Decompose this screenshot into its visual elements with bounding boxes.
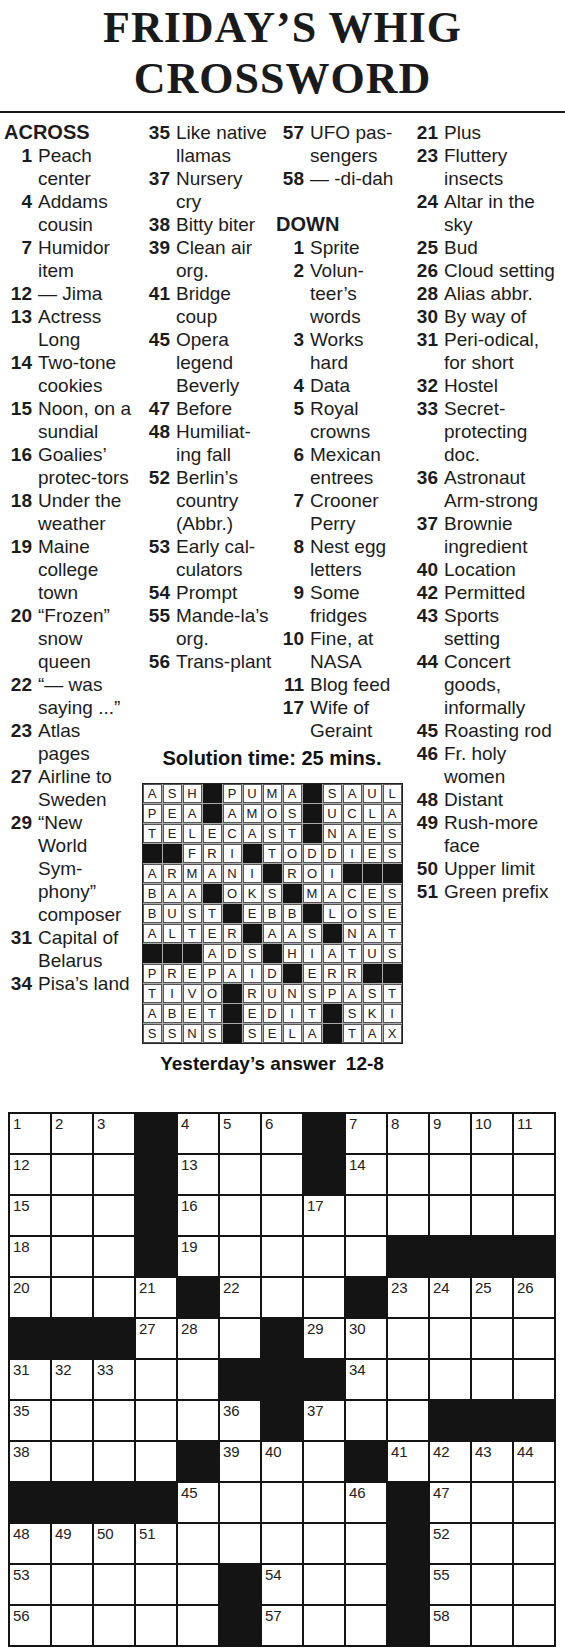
grid-cell[interactable] [94,1442,134,1481]
clue-23: 23Atlas pages [2,719,136,765]
clue-text: Maine college town [38,535,136,604]
answer-letter-cell: L [283,1024,302,1043]
clue-text: Under the weather [38,489,136,535]
clue-number: 2 [274,259,310,282]
grid-block-cell [346,1442,386,1481]
grid-cell[interactable] [220,1196,260,1235]
cell-number: 53 [13,1566,30,1583]
grid-cell[interactable] [220,1237,260,1276]
grid-cell[interactable] [388,1196,428,1235]
clue-number: 50 [408,857,444,880]
clue-number: 49 [408,811,444,834]
grid-cell[interactable]: 27 [136,1319,176,1358]
grid-cell[interactable] [178,1360,218,1399]
answer-block-cell [243,924,262,943]
clue-32: 32Hostel [408,374,555,397]
grid-cell[interactable]: 19 [178,1237,218,1276]
answer-letter-cell: S [263,884,282,903]
clue-1: 1Sprite [274,236,404,259]
grid-cell[interactable] [94,1237,134,1276]
puzzle-date: 12-8 [346,1053,384,1074]
answer-letter-cell: I [163,984,182,1003]
grid-cell[interactable]: 1 [10,1114,50,1153]
grid-cell[interactable] [304,1278,344,1317]
clue-number: 53 [140,535,176,558]
answer-letter-cell: I [303,944,322,963]
grid-cell[interactable] [304,1442,344,1481]
grid-cell[interactable] [220,1319,260,1358]
grid-cell[interactable]: 4 [178,1114,218,1153]
grid-cell[interactable]: 22 [220,1278,260,1317]
grid-cell[interactable] [304,1237,344,1276]
grid-cell[interactable]: 48 [10,1524,50,1563]
grid-cell[interactable]: 39 [220,1442,260,1481]
grid-cell[interactable]: 44 [514,1442,554,1481]
answer-block-cell [263,944,282,963]
grid-cell[interactable] [136,1606,176,1645]
answer-letter-cell: D [263,1004,282,1023]
grid-cell[interactable] [94,1565,134,1604]
answer-letter-cell: T [183,924,202,943]
grid-block-cell [178,1442,218,1481]
grid-cell[interactable] [514,1319,554,1358]
answer-letter-cell: R [163,964,182,983]
clue-text: Hostel [444,374,555,397]
grid-cell[interactable] [346,1196,386,1235]
answer-letter-cell: E [203,924,222,943]
clue-text: Fine, at NASA [310,627,404,673]
cell-number: 43 [475,1443,492,1460]
clue-21: 21Plus [408,121,555,144]
crossword-page: FRIDAY’S WHIGCROSSWORD ACROSS1Peach cent… [0,0,565,1651]
answer-letter-cell: B [163,1004,182,1023]
down-header: DOWN [274,213,404,236]
clue-text: Early cal-culators [176,535,272,581]
grid-cell[interactable] [472,1565,512,1604]
grid-cell[interactable]: 13 [178,1155,218,1194]
title-line-2: CROSSWORD [134,54,432,103]
grid-cell[interactable]: 31 [10,1360,50,1399]
cell-number: 27 [139,1320,156,1337]
grid-cell[interactable]: 33 [94,1360,134,1399]
clue-text: Atlas pages [38,719,136,765]
cell-number: 39 [223,1443,240,1460]
answer-letter-cell: T [143,824,162,843]
grid-cell[interactable] [220,1524,260,1563]
answer-letter-cell: S [303,924,322,943]
answer-letter-cell: D [303,844,322,863]
grid-cell[interactable] [262,1196,302,1235]
grid-cell[interactable] [304,1606,344,1645]
grid-cell[interactable] [52,1442,92,1481]
grid-cell[interactable]: 56 [10,1606,50,1645]
cell-number: 34 [349,1361,366,1378]
answer-block-cell [223,904,242,923]
grid-cell[interactable]: 58 [430,1606,470,1645]
grid-cell[interactable]: 32 [52,1360,92,1399]
grid-cell[interactable]: 9 [430,1114,470,1153]
grid-cell[interactable] [472,1319,512,1358]
clue-text: Volun-teer’s words [310,259,404,328]
clue-number: 22 [2,673,38,696]
clue-number: 35 [140,121,176,144]
grid-cell[interactable] [94,1401,134,1440]
cell-number: 13 [181,1156,198,1173]
answer-block-cell [183,944,202,963]
clue-number: 45 [140,328,176,351]
grid-cell[interactable]: 15 [10,1196,50,1235]
grid-cell[interactable] [430,1196,470,1235]
grid-cell[interactable] [262,1278,302,1317]
grid-cell[interactable] [514,1606,554,1645]
clue-text: Concert goods, informally [444,650,555,719]
grid-cell[interactable]: 53 [10,1565,50,1604]
clue-text: Secret-protecting doc. [444,397,555,466]
answer-block-cell [223,984,242,1003]
clue-text: Blog feed [310,673,404,696]
grid-cell[interactable]: 28 [178,1319,218,1358]
grid-cell[interactable] [346,1606,386,1645]
answer-letter-cell: P [143,964,162,983]
answer-letter-cell: A [343,984,362,1003]
answer-letter-cell: U [363,784,382,803]
answer-block-cell [323,924,342,943]
clue-text: Works hard [310,328,404,374]
grid-cell[interactable]: 24 [430,1278,470,1317]
grid-cell[interactable]: 45 [178,1483,218,1522]
grid-cell[interactable] [52,1237,92,1276]
grid-cell[interactable]: 43 [472,1442,512,1481]
grid-cell[interactable] [514,1196,554,1235]
grid-cell[interactable]: 14 [346,1155,386,1194]
clue-text: Altar in the sky [444,190,555,236]
grid-cell[interactable] [52,1401,92,1440]
grid-cell[interactable] [430,1360,470,1399]
clue-text: Fluttery insects [444,144,555,190]
answer-block-cell [223,1004,242,1023]
grid-cell[interactable]: 55 [430,1565,470,1604]
grid-cell[interactable] [262,1237,302,1276]
answer-letter-cell: T [383,924,402,943]
clue-text: Airline to Sweden [38,765,136,811]
grid-cell[interactable] [262,1155,302,1194]
grid-cell[interactable] [472,1524,512,1563]
grid-cell[interactable] [94,1606,134,1645]
answer-letter-cell: T [283,824,302,843]
grid-cell[interactable]: 7 [346,1114,386,1153]
clue-text: Sprite [310,236,404,259]
grid-cell[interactable]: 21 [136,1278,176,1317]
clue-text: Roasting rod [444,719,555,742]
clue-5: 5Royal crowns [274,397,404,443]
grid-block-cell [514,1237,554,1276]
grid-cell[interactable]: 30 [346,1319,386,1358]
grid-cell[interactable]: 11 [514,1114,554,1153]
grid-cell[interactable]: 36 [220,1401,260,1440]
grid-cell[interactable]: 2 [52,1114,92,1153]
grid-cell[interactable] [430,1155,470,1194]
clue-57: 57UFO pas-sengers [274,121,404,167]
grid-cell[interactable] [514,1483,554,1522]
cell-number: 16 [181,1197,198,1214]
grid-cell[interactable] [178,1524,218,1563]
answer-letter-cell: S [383,844,402,863]
grid-cell[interactable]: 6 [262,1114,302,1153]
clue-number: 7 [274,489,310,512]
clue-number: 54 [140,581,176,604]
grid-cell[interactable] [346,1237,386,1276]
grid-cell[interactable] [136,1401,176,1440]
grid-cell[interactable] [52,1196,92,1235]
answer-letter-cell: E [203,824,222,843]
answer-letter-cell: O [263,804,282,823]
clue-31: 31Capital of Belarus [2,926,136,972]
grid-cell[interactable] [52,1155,92,1194]
answer-letter-cell: L [323,904,342,923]
clue-text: Wife of Geraint [310,696,404,742]
grid-block-cell [388,1524,428,1563]
clue-number: 37 [408,512,444,535]
grid-cell[interactable]: 46 [346,1483,386,1522]
answer-letter-cell: P [223,784,242,803]
clue-number: 14 [2,351,38,374]
answer-letter-cell: O [303,864,322,883]
clue-text: Bitty biter [176,213,272,236]
grid-cell[interactable] [220,1155,260,1194]
grid-cell[interactable] [94,1196,134,1235]
grid-block-cell [388,1606,428,1645]
cell-number: 18 [13,1238,30,1255]
grid-cell[interactable]: 8 [388,1114,428,1153]
cell-number: 36 [223,1402,240,1419]
clue-number: 15 [2,397,38,420]
clue-text: Distant [444,788,555,811]
grid-cell[interactable] [346,1524,386,1563]
grid-cell[interactable] [472,1483,512,1522]
grid-cell[interactable] [52,1565,92,1604]
answer-letter-cell: T [203,1004,222,1023]
clue-text: Two-tone cookies [38,351,136,397]
clue-number: 23 [408,144,444,167]
grid-cell[interactable] [52,1278,92,1317]
grid-block-cell [388,1565,428,1604]
grid-cell[interactable] [178,1606,218,1645]
grid-cell[interactable]: 37 [304,1401,344,1440]
answer-letter-cell: I [383,1004,402,1023]
grid-cell[interactable] [304,1524,344,1563]
grid-cell[interactable] [388,1155,428,1194]
answer-letter-cell: A [343,824,362,843]
grid-cell[interactable] [136,1442,176,1481]
clue-text: Actress Long [38,305,136,351]
grid-cell[interactable] [262,1524,302,1563]
answer-block-cell [163,844,182,863]
grid-cell[interactable] [346,1565,386,1604]
grid-cell[interactable] [94,1278,134,1317]
grid-cell[interactable] [136,1360,176,1399]
grid-cell[interactable] [346,1401,386,1440]
grid-cell[interactable]: 23 [388,1278,428,1317]
clue-text: Cloud setting [444,259,555,282]
clue-text: Location [444,558,555,581]
cell-number: 9 [433,1115,441,1132]
clue-42: 42Permitted [408,581,555,604]
answer-letter-cell: F [183,844,202,863]
clue-text: “Frozen” snow queen [38,604,136,673]
grid-cell[interactable] [178,1401,218,1440]
grid-block-cell [262,1360,302,1399]
grid-cell[interactable]: 12 [10,1155,50,1194]
answer-block-cell [283,964,302,983]
grid-block-cell [10,1319,50,1358]
clue-43: 43Sports setting [408,604,555,650]
clue-number: 33 [408,397,444,420]
grid-cell[interactable] [514,1360,554,1399]
answer-letter-cell: A [203,944,222,963]
clue-number: 44 [408,650,444,673]
grid-cell[interactable] [472,1155,512,1194]
grid-cell[interactable] [220,1483,260,1522]
clue-35: 35Like native llamas [140,121,272,167]
grid-cell[interactable] [178,1565,218,1604]
grid-cell[interactable] [52,1606,92,1645]
answer-letter-cell: U [363,944,382,963]
grid-cell[interactable]: 57 [262,1606,302,1645]
clue-text: Trans-plant [176,650,272,673]
answer-letter-cell: M [183,864,202,883]
answer-letter-cell: D [223,944,242,963]
grid-block-cell [304,1155,344,1194]
clue-column-3: 57UFO pas-sengers58— -di-dahDOWN1Sprite2… [274,121,404,742]
grid-cell[interactable]: 17 [304,1196,344,1235]
clue-34: 34Pisa’s land [2,972,136,995]
answer-letter-cell: T [343,944,362,963]
grid-cell[interactable]: 51 [136,1524,176,1563]
answer-block-cell [243,844,262,863]
clue-8: 8Nest egg letters [274,535,404,581]
answer-letter-cell: M [303,884,322,903]
grid-cell[interactable]: 25 [472,1278,512,1317]
grid-cell[interactable] [514,1565,554,1604]
grid-cell[interactable]: 40 [262,1442,302,1481]
grid-cell[interactable]: 42 [430,1442,470,1481]
answer-letter-cell: T [143,984,162,1003]
grid-cell[interactable] [262,1483,302,1522]
clue-text: Crooner Perry [310,489,404,535]
grid-cell[interactable]: 52 [430,1524,470,1563]
clue-30: 30By way of [408,305,555,328]
grid-cell[interactable]: 47 [430,1483,470,1522]
grid-cell[interactable]: 16 [178,1196,218,1235]
answer-letter-cell: R [203,844,222,863]
answer-block-cell [303,804,322,823]
grid-cell[interactable] [388,1401,428,1440]
grid-cell[interactable]: 18 [10,1237,50,1276]
cell-number: 19 [181,1238,198,1255]
grid-cell[interactable]: 5 [220,1114,260,1153]
puzzle-grid: 1234567891011121314151617181920212223242… [8,1112,556,1647]
clue-3: 3Works hard [274,328,404,374]
answer-letter-cell: R [163,864,182,883]
grid-cell[interactable] [472,1606,512,1645]
clue-10: 10Fine, at NASA [274,627,404,673]
grid-cell[interactable] [304,1483,344,1522]
grid-block-cell [136,1155,176,1194]
clue-text: “— was saying ...” [38,673,136,719]
grid-cell[interactable] [136,1565,176,1604]
clue-number: 20 [2,604,38,627]
clue-text: Upper limit [444,857,555,880]
clue-11: 11Blog feed [274,673,404,696]
clue-column-1: ACROSS1Peach center4Addams cousin7Humido… [2,121,136,995]
grid-cell[interactable]: 20 [10,1278,50,1317]
clue-number: 11 [274,673,310,696]
answer-letter-cell: N [283,984,302,1003]
grid-cell[interactable] [388,1319,428,1358]
cell-number: 52 [433,1525,450,1542]
clue-number: 51 [408,880,444,903]
cell-number: 29 [307,1320,324,1337]
answer-letter-cell: N [223,864,242,883]
grid-block-cell [304,1360,344,1399]
grid-cell[interactable]: 34 [346,1360,386,1399]
clue-text: Nursery cry [176,167,272,213]
answer-letter-cell: E [163,824,182,843]
answer-letter-cell: A [223,964,242,983]
grid-cell[interactable]: 26 [514,1278,554,1317]
clue-text: Noon, on a sundial [38,397,136,443]
clue-50: 50Upper limit [408,857,555,880]
grid-cell[interactable] [304,1565,344,1604]
answer-letter-cell: S [363,904,382,923]
grid-block-cell [220,1360,260,1399]
grid-cell[interactable]: 29 [304,1319,344,1358]
grid-block-cell [136,1237,176,1276]
grid-cell[interactable] [388,1360,428,1399]
clue-number: 42 [408,581,444,604]
grid-cell[interactable] [514,1524,554,1563]
grid-cell[interactable]: 41 [388,1442,428,1481]
answer-letter-cell: E [243,1004,262,1023]
masthead-divider [0,111,565,113]
clue-19: 19Maine college town [2,535,136,604]
grid-cell[interactable]: 50 [94,1524,134,1563]
clue-text: Mande-la’s org. [176,604,272,650]
clue-text: Peach center [38,144,136,190]
clue-7: 7Humidor item [2,236,136,282]
grid-cell[interactable]: 35 [10,1401,50,1440]
answer-letter-cell: C [223,824,242,843]
answer-letter-cell: U [323,804,342,823]
grid-cell[interactable]: 49 [52,1524,92,1563]
clue-55: 55Mande-la’s org. [140,604,272,650]
clue-45: 45Roasting rod [408,719,555,742]
grid-cell[interactable] [514,1155,554,1194]
answer-block-cell [343,864,362,883]
grid-cell[interactable]: 38 [10,1442,50,1481]
grid-cell[interactable] [94,1155,134,1194]
grid-cell[interactable]: 10 [472,1114,512,1153]
grid-cell[interactable]: 54 [262,1565,302,1604]
clue-text: Brownie ingredient [444,512,555,558]
clue-13: 13Actress Long [2,305,136,351]
grid-cell[interactable] [472,1360,512,1399]
grid-cell[interactable] [430,1319,470,1358]
grid-cell[interactable]: 3 [94,1114,134,1153]
grid-cell[interactable] [472,1196,512,1235]
cell-number: 17 [307,1197,324,1214]
grid-block-cell [94,1483,134,1522]
